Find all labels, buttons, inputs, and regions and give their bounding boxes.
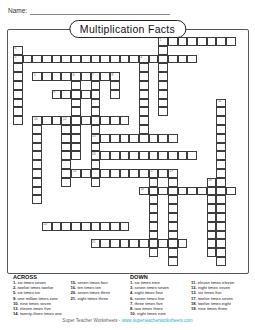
grid-empty xyxy=(52,239,62,248)
grid-empty xyxy=(178,231,188,240)
grid-cell[interactable] xyxy=(81,55,91,64)
grid-cell[interactable] xyxy=(129,239,139,248)
grid-empty xyxy=(42,81,52,90)
grid-empty xyxy=(187,81,197,90)
grid-cell[interactable] xyxy=(178,37,188,46)
grid-empty xyxy=(110,257,120,266)
name-blank-line[interactable] xyxy=(30,14,170,15)
grid-empty xyxy=(91,248,101,257)
grid-cell[interactable] xyxy=(91,90,101,99)
grid-cell[interactable] xyxy=(61,151,71,160)
grid-cell[interactable]: 8 xyxy=(110,72,120,81)
grid-cell[interactable] xyxy=(216,222,226,231)
grid-cell[interactable] xyxy=(100,239,110,248)
grid-cell[interactable] xyxy=(61,169,71,178)
grid-empty xyxy=(158,222,168,231)
grid-cell[interactable] xyxy=(168,239,178,248)
grid-cell[interactable] xyxy=(149,178,159,187)
grid-empty xyxy=(207,151,217,160)
grid-cell[interactable] xyxy=(91,160,101,169)
grid-cell[interactable] xyxy=(149,55,159,64)
grid-empty xyxy=(187,222,197,231)
grid-cell[interactable] xyxy=(187,37,197,46)
clue-number: 7 xyxy=(92,73,94,77)
grid-cell[interactable] xyxy=(139,63,149,72)
grid-cell[interactable] xyxy=(207,187,217,196)
grid-cell[interactable] xyxy=(149,195,159,204)
grid-empty xyxy=(197,257,207,266)
grid-cell[interactable] xyxy=(13,90,23,99)
footer-url-link[interactable]: www.superteacherworksheets.com xyxy=(122,318,193,323)
grid-empty xyxy=(216,55,226,64)
grid-cell[interactable] xyxy=(129,169,139,178)
grid-cell[interactable] xyxy=(32,125,42,134)
grid-cell[interactable] xyxy=(110,81,120,90)
grid-cell[interactable] xyxy=(120,116,130,125)
grid-cell[interactable] xyxy=(120,222,130,231)
grid-cell[interactable] xyxy=(13,81,23,90)
grid-empty xyxy=(197,125,207,134)
grid-cell[interactable] xyxy=(158,169,168,178)
grid-cell[interactable] xyxy=(71,134,81,143)
grid-empty xyxy=(23,248,33,257)
grid-cell[interactable] xyxy=(61,72,71,81)
grid-empty xyxy=(197,213,207,222)
grid-cell[interactable] xyxy=(71,107,81,116)
grid-cell[interactable] xyxy=(168,248,178,257)
clue-number: 4 xyxy=(140,55,142,59)
grid-cell[interactable] xyxy=(81,72,91,81)
grid-empty xyxy=(61,46,71,55)
grid-cell[interactable] xyxy=(139,239,149,248)
grid-cell[interactable] xyxy=(61,222,71,231)
grid-cell[interactable] xyxy=(120,55,130,64)
grid-cell[interactable] xyxy=(61,134,71,143)
grid-cell[interactable] xyxy=(178,239,188,248)
grid-empty xyxy=(23,107,33,116)
grid-cell[interactable] xyxy=(110,116,120,125)
grid-cell[interactable] xyxy=(100,222,110,231)
grid-empty xyxy=(197,204,207,213)
grid-cell[interactable] xyxy=(13,72,23,81)
grid-cell[interactable] xyxy=(71,81,81,90)
grid-cell[interactable]: 10 xyxy=(32,116,42,125)
grid-cell[interactable] xyxy=(216,213,226,222)
grid-cell[interactable] xyxy=(168,187,178,196)
grid-cell[interactable] xyxy=(168,151,178,160)
grid-empty xyxy=(187,143,197,152)
grid-cell[interactable]: 13 xyxy=(91,134,101,143)
grid-cell[interactable] xyxy=(216,134,226,143)
grid-cell[interactable] xyxy=(100,55,110,64)
grid-cell[interactable] xyxy=(158,90,168,99)
grid-cell[interactable] xyxy=(61,125,71,134)
grid-cell[interactable] xyxy=(158,81,168,90)
grid-cell[interactable] xyxy=(226,37,236,46)
grid-cell[interactable] xyxy=(158,99,168,108)
grid-cell[interactable] xyxy=(32,195,42,204)
footer-credit-text: Super Teacher Worksheets - xyxy=(62,318,120,323)
grid-cell[interactable] xyxy=(207,37,217,46)
grid-cell[interactable] xyxy=(42,72,52,81)
grid-empty xyxy=(178,81,188,90)
grid-cell[interactable] xyxy=(71,222,81,231)
grid-cell[interactable] xyxy=(71,143,81,152)
grid-cell[interactable] xyxy=(100,134,110,143)
grid-cell[interactable] xyxy=(91,125,101,134)
grid-cell[interactable] xyxy=(32,134,42,143)
grid-cell[interactable]: 17 xyxy=(149,169,159,178)
grid-cell[interactable] xyxy=(23,55,33,64)
grid-cell[interactable] xyxy=(81,116,91,125)
grid-cell[interactable]: 12 xyxy=(61,116,71,125)
grid-empty xyxy=(197,143,207,152)
grid-cell[interactable] xyxy=(187,187,197,196)
grid-empty xyxy=(61,248,71,257)
grid-empty xyxy=(226,213,236,222)
grid-empty xyxy=(23,187,33,196)
grid-cell[interactable] xyxy=(149,213,159,222)
grid-cell[interactable]: 20 xyxy=(42,222,52,231)
grid-empty xyxy=(129,46,139,55)
grid-cell[interactable] xyxy=(71,99,81,108)
grid-empty xyxy=(129,81,139,90)
grid-cell[interactable] xyxy=(110,134,120,143)
grid-cell[interactable] xyxy=(158,107,168,116)
grid-cell[interactable] xyxy=(139,125,149,134)
grid-cell[interactable] xyxy=(61,143,71,152)
grid-cell[interactable] xyxy=(207,231,217,240)
grid-empty xyxy=(71,231,81,240)
grid-empty xyxy=(110,231,120,240)
grid-cell[interactable]: 16 xyxy=(139,187,149,196)
grid-empty xyxy=(158,213,168,222)
grid-cell[interactable] xyxy=(207,239,217,248)
grid-cell[interactable] xyxy=(216,143,226,152)
grid-cell[interactable] xyxy=(168,134,178,143)
grid-cell[interactable] xyxy=(139,169,149,178)
grid-empty xyxy=(110,187,120,196)
grid-cell[interactable] xyxy=(13,107,23,116)
grid-cell[interactable] xyxy=(216,257,226,266)
grid-cell[interactable] xyxy=(13,99,23,108)
grid-cell[interactable] xyxy=(120,239,130,248)
grid-empty xyxy=(226,160,236,169)
grid-cell[interactable]: 15 xyxy=(71,169,81,178)
grid-cell[interactable] xyxy=(216,204,226,213)
grid-cell[interactable] xyxy=(71,90,81,99)
grid-cell[interactable] xyxy=(207,195,217,204)
grid-cell[interactable] xyxy=(91,116,101,125)
grid-cell[interactable] xyxy=(110,55,120,64)
grid-cell[interactable] xyxy=(207,213,217,222)
grid-empty xyxy=(100,99,110,108)
grid-empty xyxy=(197,99,207,108)
grid-cell[interactable] xyxy=(168,55,178,64)
grid-cell[interactable] xyxy=(120,134,130,143)
grid-cell[interactable] xyxy=(32,178,42,187)
grid-cell[interactable] xyxy=(158,239,168,248)
grid-cell[interactable]: 18 xyxy=(207,178,217,187)
grid-empty xyxy=(168,125,178,134)
grid-cell[interactable] xyxy=(61,160,71,169)
grid-empty xyxy=(197,107,207,116)
grid-cell[interactable] xyxy=(110,239,120,248)
grid-cell[interactable] xyxy=(207,248,217,257)
grid-empty xyxy=(187,160,197,169)
grid-cell[interactable] xyxy=(139,151,149,160)
grid-empty xyxy=(168,72,178,81)
grid-cell[interactable] xyxy=(216,160,226,169)
grid-cell[interactable] xyxy=(139,90,149,99)
grid-empty xyxy=(32,81,42,90)
grid-cell[interactable] xyxy=(149,204,159,213)
grid-cell[interactable] xyxy=(168,195,178,204)
grid-cell[interactable] xyxy=(216,178,226,187)
grid-cell[interactable] xyxy=(216,248,226,257)
grid-cell[interactable] xyxy=(216,37,226,46)
grid-cell[interactable] xyxy=(71,116,81,125)
grid-empty xyxy=(129,257,139,266)
grid-cell[interactable] xyxy=(158,55,168,64)
grid-cell[interactable] xyxy=(91,107,101,116)
grid-cell[interactable] xyxy=(13,63,23,72)
grid-cell[interactable] xyxy=(216,107,226,116)
grid-cell[interactable] xyxy=(100,116,110,125)
grid-cell[interactable] xyxy=(216,116,226,125)
grid-cell[interactable] xyxy=(216,151,226,160)
grid-cell[interactable] xyxy=(168,222,178,231)
clue-number: 9 xyxy=(53,90,55,94)
grid-cell[interactable] xyxy=(216,195,226,204)
grid-cell[interactable] xyxy=(178,151,188,160)
grid-cell[interactable] xyxy=(168,213,178,222)
grid-cell[interactable] xyxy=(91,81,101,90)
grid-empty xyxy=(139,178,149,187)
grid-empty xyxy=(23,239,33,248)
grid-cell[interactable] xyxy=(110,151,120,160)
clue-item: 10. eight times nine xyxy=(130,312,188,317)
grid-cell[interactable] xyxy=(168,37,178,46)
grid-cell[interactable] xyxy=(32,187,42,196)
across-col-2: 15. seven times four16. ten times ten20.… xyxy=(71,281,126,317)
grid-cell[interactable] xyxy=(120,151,130,160)
grid-cell[interactable] xyxy=(32,160,42,169)
grid-cell[interactable] xyxy=(42,55,52,64)
grid-cell[interactable] xyxy=(100,151,110,160)
grid-cell[interactable] xyxy=(91,169,101,178)
grid-cell[interactable] xyxy=(129,55,139,64)
grid-empty xyxy=(81,248,91,257)
grid-cell[interactable] xyxy=(91,99,101,108)
grid-empty xyxy=(81,178,91,187)
grid-cell[interactable] xyxy=(52,222,62,231)
grid-cell[interactable] xyxy=(61,55,71,64)
grid-empty xyxy=(52,134,62,143)
grid-cell[interactable] xyxy=(207,204,217,213)
grid-cell[interactable] xyxy=(81,222,91,231)
grid-cell[interactable]: 1 xyxy=(158,37,168,46)
grid-cell[interactable] xyxy=(149,248,159,257)
down-col-2: 11. eleven times eleven12. eight times s… xyxy=(191,281,249,317)
grid-cell[interactable] xyxy=(110,169,120,178)
grid-cell[interactable] xyxy=(52,55,62,64)
grid-cell[interactable]: 11 xyxy=(216,99,226,108)
grid-cell[interactable] xyxy=(178,55,188,64)
grid-empty xyxy=(100,257,110,266)
grid-cell[interactable] xyxy=(216,231,226,240)
grid-cell[interactable] xyxy=(32,169,42,178)
grid-cell[interactable] xyxy=(32,55,42,64)
grid-cell[interactable]: 5 xyxy=(32,72,42,81)
grid-cell[interactable] xyxy=(168,178,178,187)
grid-cell[interactable] xyxy=(216,169,226,178)
grid-cell[interactable] xyxy=(129,151,139,160)
grid-cell[interactable] xyxy=(71,151,81,160)
grid-cell[interactable] xyxy=(187,55,197,64)
grid-cell[interactable] xyxy=(61,178,71,187)
grid-cell[interactable]: 2 xyxy=(13,55,23,64)
grid-cell[interactable] xyxy=(168,257,178,266)
grid-empty xyxy=(158,125,168,134)
grid-cell[interactable]: 19 xyxy=(168,169,178,178)
grid-cell[interactable] xyxy=(158,46,168,55)
grid-cell[interactable]: 3 xyxy=(13,46,23,55)
grid-cell[interactable] xyxy=(187,151,197,160)
grid-cell[interactable] xyxy=(61,90,71,99)
grid-empty xyxy=(168,107,178,116)
grid-cell[interactable] xyxy=(42,116,52,125)
grid-empty xyxy=(100,178,110,187)
grid-cell[interactable] xyxy=(149,187,159,196)
name-label: Name: xyxy=(8,7,27,14)
grid-cell[interactable] xyxy=(100,169,110,178)
grid-empty xyxy=(197,231,207,240)
grid-empty xyxy=(216,46,226,55)
grid-empty xyxy=(42,195,52,204)
grid-cell[interactable] xyxy=(120,169,130,178)
grid-cell[interactable] xyxy=(158,134,168,143)
grid-cell[interactable] xyxy=(168,231,178,240)
grid-empty xyxy=(158,204,168,213)
grid-cell[interactable] xyxy=(91,178,101,187)
grid-cell[interactable] xyxy=(91,222,101,231)
clue-number: 21 xyxy=(92,240,96,244)
grid-cell[interactable] xyxy=(149,134,159,143)
grid-cell[interactable] xyxy=(52,72,62,81)
grid-cell[interactable] xyxy=(52,116,62,125)
grid-empty xyxy=(13,257,23,266)
grid-empty xyxy=(23,160,33,169)
grid-empty xyxy=(42,99,52,108)
grid-empty xyxy=(149,160,159,169)
grid-cell[interactable]: 7 xyxy=(91,72,101,81)
grid-cell[interactable] xyxy=(110,222,120,231)
grid-empty xyxy=(168,116,178,125)
grid-cell[interactable] xyxy=(158,72,168,81)
grid-cell[interactable] xyxy=(110,90,120,99)
grid-empty xyxy=(120,187,130,196)
grid-cell[interactable]: 4 xyxy=(139,55,149,64)
grid-cell[interactable] xyxy=(139,81,149,90)
grid-cell[interactable] xyxy=(81,169,91,178)
grid-cell[interactable] xyxy=(139,72,149,81)
grid-cell[interactable] xyxy=(149,151,159,160)
grid-empty xyxy=(178,46,188,55)
grid-empty xyxy=(32,213,42,222)
grid-cell[interactable] xyxy=(13,116,23,125)
grid-cell[interactable] xyxy=(129,134,139,143)
grid-cell[interactable] xyxy=(216,187,226,196)
grid-cell[interactable] xyxy=(32,143,42,152)
grid-cell[interactable] xyxy=(216,125,226,134)
grid-empty xyxy=(100,160,110,169)
grid-cell[interactable] xyxy=(207,222,217,231)
grid-empty xyxy=(120,195,130,204)
grid-empty xyxy=(120,160,130,169)
grid-empty xyxy=(42,169,52,178)
grid-cell[interactable] xyxy=(216,239,226,248)
grid-empty xyxy=(129,204,139,213)
grid-empty xyxy=(149,116,159,125)
grid-cell[interactable] xyxy=(226,187,236,196)
grid-cell[interactable] xyxy=(91,143,101,152)
grid-cell[interactable] xyxy=(158,187,168,196)
grid-cell[interactable] xyxy=(197,37,207,46)
grid-cell[interactable] xyxy=(149,239,159,248)
grid-cell[interactable] xyxy=(71,125,81,134)
grid-empty xyxy=(226,178,236,187)
grid-cell[interactable] xyxy=(158,151,168,160)
grid-empty xyxy=(81,160,91,169)
grid-empty xyxy=(120,63,130,72)
grid-empty xyxy=(168,63,178,72)
grid-cell[interactable] xyxy=(139,99,149,108)
grid-cell[interactable] xyxy=(100,72,110,81)
grid-cell[interactable] xyxy=(91,55,101,64)
grid-empty xyxy=(100,204,110,213)
grid-cell[interactable] xyxy=(149,231,159,240)
grid-cell[interactable]: 6 xyxy=(71,72,81,81)
grid-empty xyxy=(13,195,23,204)
grid-cell[interactable]: 21 xyxy=(91,239,101,248)
grid-cell[interactable]: 9 xyxy=(52,90,62,99)
grid-cell[interactable] xyxy=(197,187,207,196)
grid-cell[interactable] xyxy=(71,55,81,64)
grid-cell[interactable] xyxy=(81,90,91,99)
grid-cell[interactable] xyxy=(139,107,149,116)
grid-empty xyxy=(42,248,52,257)
grid-empty xyxy=(197,169,207,178)
grid-cell[interactable] xyxy=(32,151,42,160)
grid-cell[interactable] xyxy=(178,187,188,196)
grid-cell[interactable]: 14 xyxy=(91,151,101,160)
grid-empty xyxy=(129,187,139,196)
grid-cell[interactable] xyxy=(139,116,149,125)
grid-cell[interactable] xyxy=(168,204,178,213)
grid-empty xyxy=(23,257,33,266)
grid-empty xyxy=(207,55,217,64)
grid-cell[interactable] xyxy=(149,222,159,231)
grid-empty xyxy=(158,178,168,187)
grid-empty xyxy=(32,204,42,213)
grid-empty xyxy=(52,37,62,46)
grid-cell[interactable] xyxy=(158,63,168,72)
grid-empty xyxy=(216,72,226,81)
grid-empty xyxy=(226,169,236,178)
grid-empty xyxy=(81,231,91,240)
grid-cell[interactable] xyxy=(139,134,149,143)
